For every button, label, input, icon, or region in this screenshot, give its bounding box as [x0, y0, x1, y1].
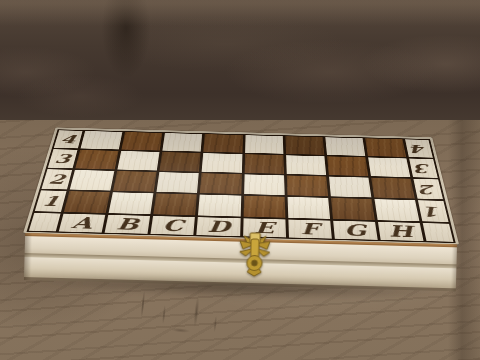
- square-a3: [75, 150, 118, 170]
- rank-label-left-1: 1: [35, 191, 67, 213]
- square-a2: [70, 170, 115, 191]
- rank-label-left-3: 3: [48, 149, 77, 168]
- square-e3: [244, 154, 284, 174]
- square-a1: [64, 191, 110, 213]
- square-f2: [287, 176, 328, 197]
- square-b4: [121, 132, 162, 151]
- square-f3: [286, 155, 326, 175]
- square-g3: [327, 156, 368, 176]
- square-g1: [331, 198, 375, 220]
- square-c3: [160, 152, 201, 172]
- corner-cell-right: [423, 223, 453, 242]
- chess-board-lid: 44332211ABCDEFGH: [23, 127, 459, 244]
- rank-label-right-2: 2: [414, 179, 443, 200]
- square-g4: [325, 137, 365, 156]
- square-h1: [375, 199, 420, 221]
- file-label-a: A: [59, 214, 106, 233]
- square-g2: [329, 177, 372, 198]
- square-b2: [113, 171, 157, 192]
- rank-label-right-3: 3: [409, 159, 437, 178]
- file-label-c: C: [151, 216, 196, 235]
- square-h4: [365, 138, 406, 157]
- file-label-b: B: [105, 215, 151, 234]
- square-b3: [117, 151, 159, 171]
- square-a4: [80, 131, 122, 150]
- file-label-f: F: [288, 220, 332, 239]
- square-d3: [202, 153, 242, 173]
- square-d2: [200, 173, 241, 194]
- square-c4: [162, 133, 202, 152]
- rank-label-right-4: 4: [405, 139, 433, 157]
- chess-box: 44332211ABCDEFGH: [22, 113, 462, 300]
- square-d1: [198, 195, 241, 217]
- square-h2: [371, 178, 415, 199]
- rank-label-left-4: 4: [54, 130, 82, 148]
- file-label-d: D: [197, 217, 241, 236]
- square-b1: [109, 192, 154, 214]
- corner-cell-left: [29, 213, 60, 231]
- square-d4: [204, 134, 243, 153]
- square-c2: [157, 172, 199, 193]
- rank-label-left-2: 2: [41, 169, 71, 189]
- square-f4: [285, 136, 324, 155]
- square-e2: [244, 174, 285, 195]
- brass-clasp-icon: [237, 232, 272, 279]
- file-label-h: H: [378, 222, 424, 241]
- file-label-g: G: [333, 221, 378, 240]
- square-h3: [368, 157, 410, 177]
- rank-label-right-1: 1: [418, 200, 448, 222]
- board-grid: 44332211ABCDEFGH: [27, 129, 456, 243]
- square-c1: [153, 194, 197, 216]
- square-e4: [245, 135, 283, 154]
- square-f1: [287, 197, 330, 219]
- square-e1: [243, 196, 285, 218]
